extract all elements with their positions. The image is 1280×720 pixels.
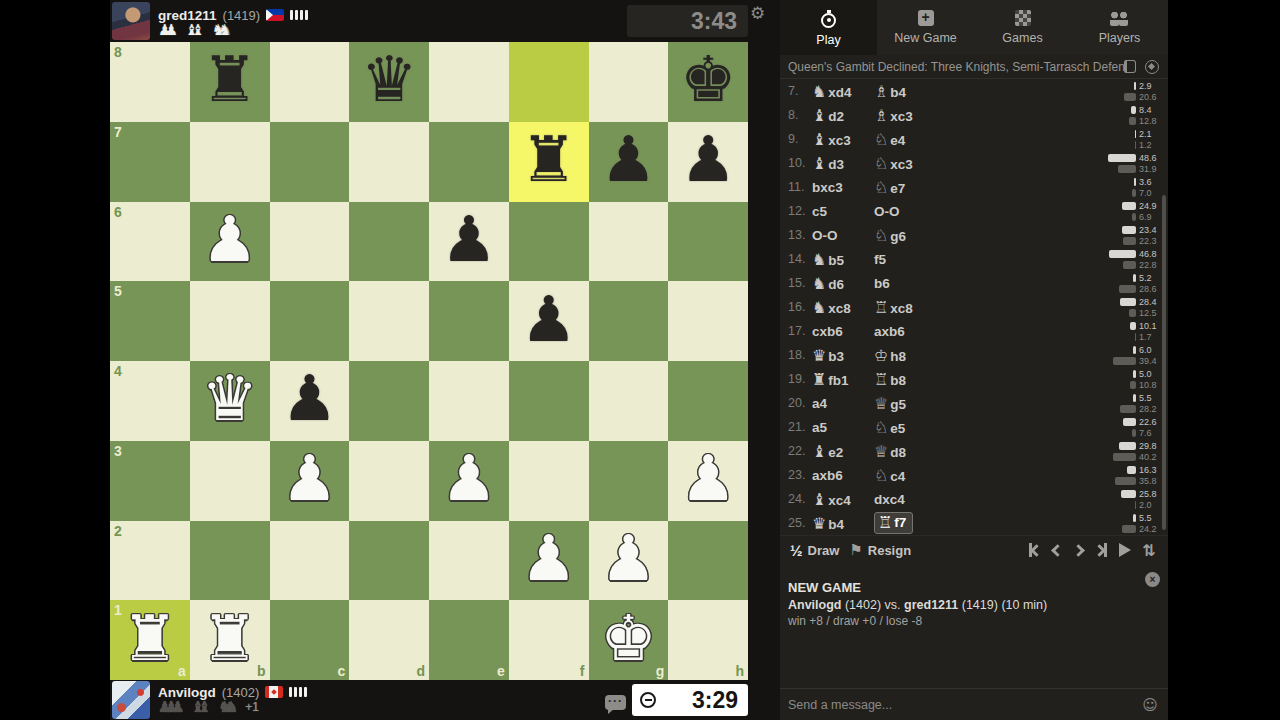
black-knight-figurine-icon: ♘ <box>874 418 888 437</box>
move-time-value: 39.4 <box>1136 356 1163 366</box>
square-f2[interactable]: ♟ <box>509 521 589 601</box>
move-row-14: 14.♞b5f546.822.8 <box>780 247 1168 271</box>
move-time-value: 22.6 <box>1136 417 1163 427</box>
captured-knight-group: ♞♞ <box>218 698 238 716</box>
move-time-value: 7.6 <box>1136 428 1163 438</box>
square-a4[interactable]: 4 <box>110 361 190 441</box>
move-row-18: 18.♛b3♔h86.039.4 <box>780 343 1168 367</box>
tab-label: New Game <box>894 31 957 45</box>
move-time-value: 48.6 <box>1136 153 1163 163</box>
tab-games[interactable]: Games <box>974 0 1071 55</box>
tab-label: Players <box>1099 31 1141 45</box>
move-time-bar <box>1115 477 1136 485</box>
move-time-bar <box>1108 154 1136 162</box>
gear-icon[interactable]: ⚙ <box>750 3 765 23</box>
square-c3[interactable]: ♟ <box>270 441 350 521</box>
square-g6[interactable] <box>589 202 669 282</box>
move-time-value: 3.6 <box>1136 177 1163 187</box>
move-white-8[interactable]: ♝d2 <box>812 106 874 125</box>
move-time-value: 6.0 <box>1136 345 1163 355</box>
move-time-value: 5.5 <box>1136 393 1163 403</box>
move-time-value: 2.9 <box>1136 81 1163 91</box>
black-queen-figurine-icon: ♕ <box>874 394 888 413</box>
move-black-23[interactable]: ♘c4 <box>874 466 1072 485</box>
rank-label-8: 8 <box>114 45 122 59</box>
square-a3[interactable]: 3 <box>110 441 190 521</box>
square-d4[interactable] <box>349 361 429 441</box>
piece-white-pawn[interactable]: ♟ <box>281 447 337 510</box>
square-c8[interactable] <box>270 42 350 122</box>
new-game-matchup: Anvilogd (1402) vs. gred1211 (1419) (10 … <box>788 598 1047 612</box>
move-time-value: 40.2 <box>1136 452 1163 462</box>
chat-input-row: Send a message... ☺ <box>780 688 1168 720</box>
rank-label-7: 7 <box>114 125 122 139</box>
clock-bottom-time: 3:29 <box>692 687 738 714</box>
previous-move-button[interactable] <box>1053 546 1062 555</box>
tab-players[interactable]: Players <box>1071 0 1168 55</box>
rank-label-6: 6 <box>114 205 122 219</box>
piece-black-rook[interactable]: ♜ <box>520 128 576 191</box>
square-d6[interactable] <box>349 202 429 282</box>
move-time-bar <box>1123 261 1136 269</box>
move-times: 5.228.6 <box>1072 273 1168 293</box>
file-label-h: h <box>735 664 744 678</box>
app-window: gred1211 (1419) ♟♟♝♝♞♞ 3:43 ⚙ 8♜♛♚7♜♟♟6♟… <box>0 0 1280 720</box>
black-knight-figurine-icon: ♘ <box>874 226 888 245</box>
message-input[interactable]: Send a message... <box>780 698 892 712</box>
new-game-heading: NEW GAME <box>788 580 1047 595</box>
piece-white-pawn[interactable]: ♟ <box>680 447 736 510</box>
file-label-a: a <box>178 664 186 678</box>
square-e4[interactable] <box>429 361 509 441</box>
move-times: 6.039.4 <box>1072 345 1168 365</box>
move-row-17: 17.cxb6axb610.11.7 <box>780 319 1168 343</box>
move-number: 9. <box>788 132 812 146</box>
move-time-bar <box>1120 405 1136 413</box>
piece-black-rook[interactable]: ♜ <box>201 48 257 111</box>
square-b8[interactable]: ♜ <box>190 42 270 122</box>
square-h8[interactable]: ♚ <box>668 42 748 122</box>
close-icon[interactable]: × <box>1145 572 1160 587</box>
black-knight-figurine-icon: ♘ <box>874 178 888 197</box>
square-h2[interactable] <box>668 521 748 601</box>
move-white-17[interactable]: cxb6 <box>812 324 874 339</box>
move-number: 14. <box>788 252 812 266</box>
square-f6[interactable] <box>509 202 589 282</box>
move-row-11: 11.bxc3♘e73.67.0 <box>780 175 1168 199</box>
square-h5[interactable] <box>668 281 748 361</box>
move-white-24[interactable]: ♝xc4 <box>812 490 874 509</box>
move-black-12[interactable]: O-O <box>874 204 1072 219</box>
black-rook-figurine-icon: ♖ <box>874 370 888 389</box>
avatar[interactable] <box>112 681 150 719</box>
square-e6[interactable]: ♟ <box>429 202 509 282</box>
player-info-top: gred1211 (1419) <box>158 7 308 23</box>
avatar[interactable] <box>112 2 150 40</box>
move-row-10: 10.♝d3♘xc348.631.9 <box>780 151 1168 175</box>
piece-white-pawn[interactable]: ♟ <box>201 208 257 271</box>
move-black-16[interactable]: ♖xc8 <box>874 298 1072 317</box>
clock-bottom: 3:29 <box>632 684 748 716</box>
file-label-c: c <box>337 664 345 678</box>
rank-label-5: 5 <box>114 284 122 298</box>
move-times: 2.11.2 <box>1072 129 1168 149</box>
move-time-bar <box>1120 298 1136 306</box>
move-black-25[interactable]: ♖f7 <box>874 512 1072 534</box>
move-black-7[interactable]: ♗b4 <box>874 82 1072 101</box>
move-time-value: 46.8 <box>1136 249 1163 259</box>
move-row-7: 7.♞xd4♗b42.920.6 <box>780 79 1168 103</box>
move-black-9[interactable]: ♘e4 <box>874 130 1072 149</box>
piece-white-pawn[interactable]: ♟ <box>600 527 656 590</box>
flip-board-icon[interactable]: ⇅ <box>1143 541 1156 560</box>
move-times: 5.010.8 <box>1072 369 1168 389</box>
square-e2[interactable] <box>429 521 509 601</box>
explorer-icon[interactable] <box>1145 60 1159 74</box>
move-black-19[interactable]: ♖b8 <box>874 370 1072 389</box>
square-d7[interactable] <box>349 122 429 202</box>
side-panel: Play + New Game Games Players Queen's Ga… <box>780 0 1168 720</box>
move-time-value: 22.8 <box>1136 260 1163 270</box>
half-point-icon: ½ <box>790 542 803 559</box>
move-time-bar <box>1129 309 1136 317</box>
move-times: 24.96.9 <box>1072 201 1168 221</box>
move-black-8[interactable]: ♗xc3 <box>874 106 1072 125</box>
move-times: 5.524.2 <box>1072 513 1168 533</box>
square-h7[interactable]: ♟ <box>668 122 748 202</box>
rank-label-3: 3 <box>114 444 122 458</box>
tab-new-game[interactable]: + New Game <box>877 0 974 55</box>
move-white-7[interactable]: ♞xd4 <box>812 82 874 101</box>
tab-label: Games <box>1002 31 1042 45</box>
checkerboard-icon <box>1015 10 1031 26</box>
move-number: 18. <box>788 348 812 362</box>
piece-black-pawn[interactable]: ♟ <box>600 128 656 191</box>
square-e7[interactable] <box>429 122 509 202</box>
move-time-value: 10.8 <box>1136 380 1163 390</box>
white-bishop-figurine-icon: ♝ <box>812 154 826 173</box>
move-time-bar <box>1129 117 1136 125</box>
move-time-bar <box>1122 202 1136 210</box>
move-time-bar <box>1113 357 1136 365</box>
plus-square-icon: + <box>918 10 934 26</box>
move-number: 20. <box>788 396 812 410</box>
square-g2[interactable]: ♟ <box>589 521 669 601</box>
square-b5[interactable] <box>190 281 270 361</box>
move-white-14[interactable]: ♞b5 <box>812 250 874 269</box>
move-black-21[interactable]: ♘e5 <box>874 418 1072 437</box>
move-white-19[interactable]: ♜fb1 <box>812 370 874 389</box>
black-bishop-figurine-icon: ♗ <box>874 82 888 101</box>
scrollbar-thumb[interactable] <box>1162 195 1166 530</box>
square-a5[interactable]: 5 <box>110 281 190 361</box>
square-g1[interactable]: g♚ <box>589 600 669 680</box>
square-f1[interactable]: f <box>509 600 589 680</box>
move-black-15[interactable]: b6 <box>874 276 1072 291</box>
move-black-11[interactable]: ♘e7 <box>874 178 1072 197</box>
move-time-value: 23.4 <box>1136 225 1163 235</box>
move-row-13: 13.O-O♘g623.422.3 <box>780 223 1168 247</box>
move-white-11[interactable]: bxc3 <box>812 180 874 195</box>
square-d1[interactable]: d <box>349 600 429 680</box>
square-c4[interactable]: ♟ <box>270 361 350 441</box>
black-rook-figurine-icon: ♖ <box>874 298 888 317</box>
move-time-bar <box>1113 453 1136 461</box>
move-white-22[interactable]: ♝e2 <box>812 442 874 461</box>
move-black-24[interactable]: dxc4 <box>874 492 1072 507</box>
square-b6[interactable]: ♟ <box>190 202 270 282</box>
tab-play[interactable]: Play <box>780 0 877 55</box>
move-row-16: 16.♞xc8♖xc828.412.5 <box>780 295 1168 319</box>
move-time-value: 5.5 <box>1136 513 1163 523</box>
move-times: 8.412.8 <box>1072 105 1168 125</box>
move-times: 22.67.6 <box>1072 417 1168 437</box>
square-c1[interactable]: c <box>270 600 350 680</box>
move-time-value: 25.8 <box>1136 489 1163 499</box>
move-black-20[interactable]: ♕g5 <box>874 394 1072 413</box>
square-a7[interactable]: 7 <box>110 122 190 202</box>
resign-button[interactable]: ⚑ Resign <box>849 541 911 559</box>
move-black-13[interactable]: ♘g6 <box>874 226 1072 245</box>
square-a1[interactable]: 1a♜ <box>110 600 190 680</box>
square-f8[interactable] <box>509 42 589 122</box>
move-white-21[interactable]: a5 <box>812 420 874 435</box>
captured-knight-group: ♞♞ <box>212 21 232 39</box>
piece-white-king[interactable]: ♚ <box>600 607 656 670</box>
piece-white-rook[interactable]: ♜ <box>122 607 178 670</box>
move-row-19: 19.♜fb1♖b85.010.8 <box>780 367 1168 391</box>
move-time-value: 8.4 <box>1136 105 1163 115</box>
move-time-value: 24.9 <box>1136 201 1163 211</box>
move-number: 23. <box>788 468 812 482</box>
piece-black-pawn[interactable]: ♟ <box>281 367 337 430</box>
piece-black-pawn[interactable]: ♟ <box>680 128 736 191</box>
autoplay-button[interactable] <box>1119 543 1131 557</box>
tab-bar: Play + New Game Games Players <box>780 0 1168 55</box>
square-g7[interactable]: ♟ <box>589 122 669 202</box>
move-time-bar <box>1109 250 1136 258</box>
move-black-17[interactable]: axb6 <box>874 324 1072 339</box>
square-a8[interactable]: 8 <box>110 42 190 122</box>
square-d8[interactable]: ♛ <box>349 42 429 122</box>
move-row-15: 15.♞d6b65.228.6 <box>780 271 1168 295</box>
piece-white-pawn[interactable]: ♟ <box>441 447 497 510</box>
people-icon <box>1110 10 1130 26</box>
move-white-13[interactable]: O-O <box>812 228 874 243</box>
move-time-value: 35.8 <box>1136 476 1163 486</box>
clock-top-time: 3:43 <box>691 8 737 35</box>
white-player-name[interactable]: Anvilogd <box>788 598 841 612</box>
square-f5[interactable]: ♟ <box>509 281 589 361</box>
move-black-22[interactable]: ♕d8 <box>874 442 1072 461</box>
emoji-icon[interactable]: ☺ <box>1142 696 1168 714</box>
move-black-10[interactable]: ♘xc3 <box>874 154 1072 173</box>
piece-black-pawn[interactable]: ♟ <box>441 208 497 271</box>
rank-label-2: 2 <box>114 524 122 538</box>
square-d2[interactable] <box>349 521 429 601</box>
move-time-bar <box>1123 418 1136 426</box>
square-a2[interactable]: 2 <box>110 521 190 601</box>
square-c6[interactable] <box>270 202 350 282</box>
square-c5[interactable] <box>270 281 350 361</box>
square-e1[interactable]: e <box>429 600 509 680</box>
piece-black-pawn[interactable]: ♟ <box>520 288 576 351</box>
file-label-g: g <box>656 664 665 678</box>
move-time-value: 24.2 <box>1136 524 1163 534</box>
opening-name[interactable]: Queen's Gambit Declined: Three Knights, … <box>780 60 1124 74</box>
move-number: 16. <box>788 300 812 314</box>
square-h3[interactable]: ♟ <box>668 441 748 521</box>
square-d5[interactable] <box>349 281 429 361</box>
move-time-value: 28.2 <box>1136 404 1163 414</box>
square-c7[interactable] <box>270 122 350 202</box>
file-label-b: b <box>257 664 266 678</box>
move-number: 12. <box>788 204 812 218</box>
rating-odds: win +8 / draw +0 / lose -8 <box>788 614 1047 628</box>
square-e3[interactable]: ♟ <box>429 441 509 521</box>
white-queen-figurine-icon: ♛ <box>812 514 826 533</box>
rank-label-4: 4 <box>114 364 122 378</box>
black-player-name[interactable]: gred1211 <box>904 598 958 612</box>
move-time-value: 2.1 <box>1136 129 1163 139</box>
connection-signal-icon <box>290 10 308 20</box>
move-time-value: 16.3 <box>1136 465 1163 475</box>
move-row-22: 22.♝e2♕d829.840.2 <box>780 439 1168 463</box>
resign-flag-icon: ⚑ <box>849 541 862 559</box>
square-f7[interactable]: ♜ <box>509 122 589 202</box>
move-time-bar <box>1122 525 1136 533</box>
move-time-bar <box>1121 490 1136 498</box>
time-control: (10 min) <box>1001 598 1047 612</box>
black-king-figurine-icon: ♔ <box>874 346 888 365</box>
move-row-21: 21.a5♘e522.67.6 <box>780 415 1168 439</box>
square-b1[interactable]: b♜ <box>190 600 270 680</box>
file-label-f: f <box>580 664 585 678</box>
white-bishop-figurine-icon: ♝ <box>812 442 826 461</box>
move-time-value: 7.0 <box>1136 188 1163 198</box>
draw-button[interactable]: ½ Draw <box>790 542 839 559</box>
move-time-value: 10.1 <box>1136 321 1163 331</box>
move-black-18[interactable]: ♔h8 <box>874 346 1072 365</box>
move-white-16[interactable]: ♞xc8 <box>812 298 874 317</box>
square-c2[interactable] <box>270 521 350 601</box>
move-white-15[interactable]: ♞d6 <box>812 274 874 293</box>
move-time-value: 28.4 <box>1136 297 1163 307</box>
clock-top: 3:43 <box>627 5 748 37</box>
move-white-9[interactable]: ♝xc3 <box>812 130 874 149</box>
move-times: 48.631.9 <box>1072 153 1168 173</box>
square-e5[interactable] <box>429 281 509 361</box>
move-black-14[interactable]: f5 <box>874 252 1072 267</box>
move-white-10[interactable]: ♝d3 <box>812 154 874 173</box>
stopwatch-icon <box>821 13 836 28</box>
square-h1[interactable]: h <box>668 600 748 680</box>
square-a6[interactable]: 6 <box>110 202 190 282</box>
piece-white-queen[interactable]: ♛ <box>201 367 257 430</box>
move-times: 46.822.8 <box>1072 249 1168 269</box>
piece-black-king[interactable]: ♚ <box>680 48 736 111</box>
white-knight-figurine-icon: ♞ <box>812 82 826 101</box>
move-times: 3.67.0 <box>1072 177 1168 197</box>
square-g4[interactable] <box>589 361 669 441</box>
material-advantage: +1 <box>245 700 259 714</box>
move-number: 21. <box>788 420 812 434</box>
move-white-20[interactable]: a4 <box>812 396 874 411</box>
move-time-value: 6.9 <box>1136 212 1163 222</box>
last-move-button[interactable] <box>1095 543 1107 557</box>
move-row-12: 12.c5O-O24.96.9 <box>780 199 1168 223</box>
piece-white-pawn[interactable]: ♟ <box>520 527 576 590</box>
move-white-12[interactable]: c5 <box>812 204 874 219</box>
white-knight-figurine-icon: ♞ <box>812 274 826 293</box>
move-times: 10.11.7 <box>1072 321 1168 341</box>
white-bishop-figurine-icon: ♝ <box>812 106 826 125</box>
black-knight-figurine-icon: ♘ <box>874 466 888 485</box>
square-g3[interactable] <box>589 441 669 521</box>
square-b3[interactable] <box>190 441 270 521</box>
next-move-button[interactable] <box>1074 546 1083 555</box>
philippines-flag-icon <box>266 9 284 21</box>
black-knight-figurine-icon: ♘ <box>874 154 888 173</box>
move-time-bar <box>1124 93 1136 101</box>
chess-board[interactable]: 8♜♛♚7♜♟♟6♟♟5♟4♛♟3♟♟♟2♟♟1a♜b♜cdefg♚h <box>110 42 748 680</box>
square-g5[interactable] <box>589 281 669 361</box>
move-time-value: 5.2 <box>1136 273 1163 283</box>
move-time-value: 1.7 <box>1136 332 1163 342</box>
move-number: 15. <box>788 276 812 290</box>
square-e8[interactable] <box>429 42 509 122</box>
move-times: 2.920.6 <box>1072 81 1168 101</box>
move-white-18[interactable]: ♛b3 <box>812 346 874 365</box>
book-icon[interactable] <box>1124 60 1136 73</box>
black-rook-figurine-icon: ♖ <box>878 513 892 532</box>
move-number: 19. <box>788 372 812 386</box>
move-time-value: 22.3 <box>1136 236 1163 246</box>
move-time-value: 31.9 <box>1136 164 1163 174</box>
move-times: 28.412.5 <box>1072 297 1168 317</box>
square-h4[interactable] <box>668 361 748 441</box>
square-h6[interactable] <box>668 202 748 282</box>
move-time-value: 28.6 <box>1136 284 1163 294</box>
square-f4[interactable] <box>509 361 589 441</box>
game-controls: ½ Draw ⚑ Resign ⇅ <box>780 535 1168 564</box>
square-g8[interactable] <box>589 42 669 122</box>
timer-icon <box>640 692 656 708</box>
move-number: 17. <box>788 324 812 338</box>
move-time-bar <box>1122 226 1136 234</box>
move-time-value: 12.8 <box>1136 116 1163 126</box>
square-b7[interactable] <box>190 122 270 202</box>
rank-label-1: 1 <box>114 603 122 617</box>
move-number: 24. <box>788 492 812 506</box>
white-bishop-figurine-icon: ♝ <box>812 490 826 509</box>
square-b2[interactable] <box>190 521 270 601</box>
piece-black-queen[interactable]: ♛ <box>361 48 417 111</box>
move-row-20: 20.a4♕g55.528.2 <box>780 391 1168 415</box>
chat-bubble-icon[interactable] <box>605 695 626 710</box>
square-f3[interactable] <box>509 441 589 521</box>
square-b4[interactable]: ♛ <box>190 361 270 441</box>
move-number: 25. <box>788 516 812 530</box>
move-white-25[interactable]: ♛b4 <box>812 514 874 533</box>
white-knight-figurine-icon: ♞ <box>812 250 826 269</box>
first-move-button[interactable] <box>1029 543 1041 557</box>
piece-white-rook[interactable]: ♜ <box>201 607 257 670</box>
captured-pawn-group: ♟♟♟ <box>158 698 184 716</box>
move-white-23[interactable]: axb6 <box>812 468 874 483</box>
move-list: 7.♞xd4♗b42.920.68.♝d2♗xc38.412.89.♝xc3♘e… <box>780 79 1168 535</box>
square-d3[interactable] <box>349 441 429 521</box>
